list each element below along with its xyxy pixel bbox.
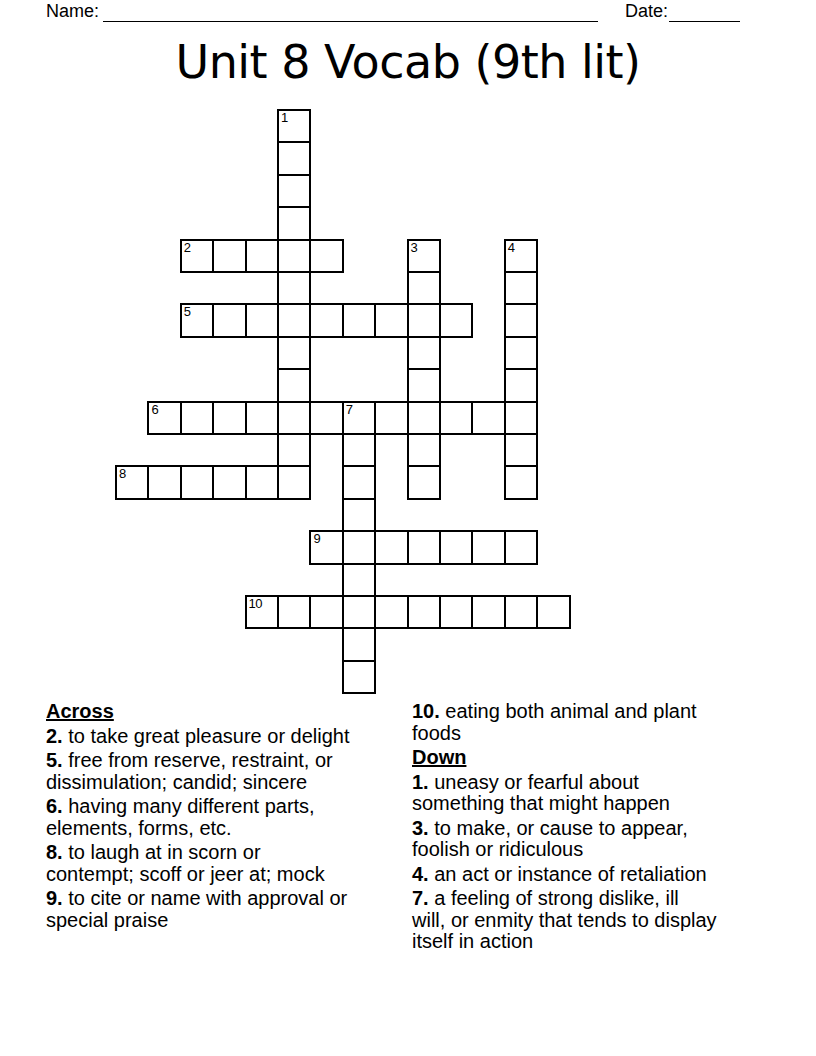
grid-cell[interactable]: 9	[309, 530, 343, 564]
clue-line: dissimulation; candid; sincere	[46, 772, 408, 794]
grid-cell[interactable]	[342, 530, 376, 564]
grid-cell[interactable]	[277, 141, 311, 175]
grid-cell[interactable]	[147, 465, 181, 499]
grid-cell[interactable]: 7	[342, 401, 376, 435]
grid-cell[interactable]	[212, 303, 246, 337]
grid-cell[interactable]	[407, 368, 441, 402]
grid-cell[interactable]: 10	[245, 595, 279, 629]
grid-cell[interactable]	[342, 303, 376, 337]
clue-number-label: 9.	[46, 887, 63, 909]
grid-cell[interactable]	[407, 530, 441, 564]
clue-number: 2	[184, 241, 191, 254]
grid-cell[interactable]	[407, 303, 441, 337]
clue-number: 5	[184, 305, 191, 318]
clue-line: 1. uneasy or fearful about	[412, 772, 774, 794]
grid-cell[interactable]	[277, 401, 311, 435]
grid-cell[interactable]	[342, 660, 376, 694]
clue-number-label: 6.	[46, 795, 63, 817]
grid-cell[interactable]	[309, 303, 343, 337]
grid-cell[interactable]: 6	[147, 401, 181, 435]
grid-cell[interactable]	[342, 563, 376, 597]
clue-number: 9	[313, 532, 320, 545]
clue-number: 1	[281, 111, 288, 124]
clue-line: 5. free from reserve, restraint, or	[46, 750, 408, 772]
across-clues-column: Across 2. to take great pleasure or deli…	[46, 701, 408, 934]
grid-cell[interactable]	[504, 271, 538, 305]
grid-cell[interactable]	[504, 368, 538, 402]
grid-cell[interactable]	[342, 498, 376, 532]
grid-cell[interactable]	[180, 401, 214, 435]
clue-line: itself in action	[412, 931, 774, 953]
clue-number-label: 10.	[412, 700, 440, 722]
clue-line: 7. a feeling of strong dislike, ill	[412, 888, 774, 910]
grid-cell[interactable]	[504, 303, 538, 337]
grid-cell[interactable]	[277, 206, 311, 240]
clue-number: 4	[508, 241, 515, 254]
grid-cell[interactable]	[277, 465, 311, 499]
clue: 2. to take great pleasure or delight	[46, 726, 408, 748]
across-heading: Across	[46, 701, 408, 723]
crossword-grid: 12345678910	[115, 109, 573, 697]
grid-cell[interactable]	[471, 401, 505, 435]
grid-cell[interactable]	[407, 465, 441, 499]
grid-cell[interactable]	[342, 433, 376, 467]
clue-line: 6. having many different parts,	[46, 796, 408, 818]
grid-cell[interactable]	[277, 271, 311, 305]
grid-cell[interactable]	[439, 530, 473, 564]
clue-line: 10. eating both animal and plant	[412, 701, 774, 723]
grid-cell[interactable]	[374, 303, 408, 337]
clue-number-label: 3.	[412, 817, 429, 839]
clue-line: 2. to take great pleasure or delight	[46, 726, 408, 748]
clue-line: foods	[412, 723, 774, 745]
grid-cell[interactable]	[407, 336, 441, 370]
grid-cell[interactable]	[407, 595, 441, 629]
clue-number: 6	[151, 403, 158, 416]
clue: 9. to cite or name with approval orspeci…	[46, 888, 408, 931]
clue-line: special praise	[46, 910, 408, 932]
clue-line: elements, forms, etc.	[46, 818, 408, 840]
grid-cell[interactable]	[407, 433, 441, 467]
across-overflow-list: 10. eating both animal and plantfoods	[412, 701, 774, 744]
clue-line: contempt; scoff or jeer at; mock	[46, 864, 408, 886]
puzzle-title: Unit 8 Vocab (9th lit)	[0, 35, 816, 90]
grid-cell[interactable]	[407, 271, 441, 305]
grid-cell[interactable]	[504, 401, 538, 435]
grid-cell[interactable]	[342, 465, 376, 499]
clue-number: 3	[411, 241, 418, 254]
grid-cell[interactable]	[277, 303, 311, 337]
clue: 10. eating both animal and plantfoods	[412, 701, 774, 744]
down-clue-list: 1. uneasy or fearful aboutsomething that…	[412, 772, 774, 953]
clue: 5. free from reserve, restraint, ordissi…	[46, 750, 408, 793]
clue: 1. uneasy or fearful aboutsomething that…	[412, 772, 774, 815]
clue: 3. to make, or cause to appear,foolish o…	[412, 818, 774, 861]
grid-cell[interactable]	[309, 401, 343, 435]
clue-number-label: 1.	[412, 771, 429, 793]
grid-cell[interactable]	[374, 401, 408, 435]
clue-number: 8	[119, 467, 126, 480]
grid-cell[interactable]	[277, 433, 311, 467]
grid-cell[interactable]: 8	[115, 465, 149, 499]
grid-cell[interactable]	[504, 433, 538, 467]
grid-cell[interactable]	[504, 530, 538, 564]
clue: 4. an act or instance of retaliation	[412, 864, 774, 886]
grid-cell[interactable]	[439, 595, 473, 629]
grid-cell[interactable]: 4	[504, 239, 538, 273]
clue-line: 3. to make, or cause to appear,	[412, 818, 774, 840]
grid-cell[interactable]	[180, 465, 214, 499]
clue: 6. having many different parts,elements,…	[46, 796, 408, 839]
clue-line: will, or enmity that tends to display	[412, 910, 774, 932]
clue-number-label: 4.	[412, 863, 429, 885]
date-input-line[interactable]	[669, 0, 740, 22]
grid-cell[interactable]	[277, 595, 311, 629]
clue-number: 10	[249, 597, 262, 610]
grid-cell[interactable]	[245, 465, 279, 499]
clue: 7. a feeling of strong dislike, illwill,…	[412, 888, 774, 953]
grid-cell[interactable]	[342, 595, 376, 629]
grid-cell[interactable]	[245, 239, 279, 273]
grid-cell[interactable]	[309, 595, 343, 629]
grid-cell[interactable]: 5	[180, 303, 214, 337]
name-label: Name:	[46, 1, 99, 22]
clue-line: 8. to laugh at in scorn or	[46, 842, 408, 864]
name-input-line[interactable]	[103, 0, 598, 22]
grid-cell[interactable]	[245, 401, 279, 435]
grid-cell[interactable]	[504, 595, 538, 629]
grid-cell[interactable]	[374, 595, 408, 629]
grid-cell[interactable]	[212, 239, 246, 273]
across-clue-list: 2. to take great pleasure or delight5. f…	[46, 726, 408, 932]
grid-cell[interactable]	[277, 336, 311, 370]
grid-cell[interactable]	[439, 303, 473, 337]
down-clues-column: 10. eating both animal and plantfoods Do…	[412, 701, 774, 956]
clue-number-label: 8.	[46, 841, 63, 863]
grid-cell[interactable]: 1	[277, 109, 311, 143]
clue-number-label: 2.	[46, 725, 63, 747]
grid-cell[interactable]	[277, 368, 311, 402]
grid-cell[interactable]: 2	[180, 239, 214, 273]
clue-number-label: 7.	[412, 887, 429, 909]
date-label: Date:	[625, 1, 668, 22]
clue-line: 4. an act or instance of retaliation	[412, 864, 774, 886]
grid-cell[interactable]: 3	[407, 239, 441, 273]
grid-cell[interactable]	[212, 401, 246, 435]
down-heading: Down	[412, 747, 774, 769]
grid-cell[interactable]	[212, 465, 246, 499]
grid-cell[interactable]	[407, 401, 441, 435]
clue-number-label: 5.	[46, 749, 63, 771]
grid-cell[interactable]	[471, 595, 505, 629]
grid-cell[interactable]	[309, 239, 343, 273]
grid-cell[interactable]	[471, 530, 505, 564]
clue-line: something that might happen	[412, 793, 774, 815]
clue-number: 7	[346, 403, 353, 416]
grid-cell[interactable]	[342, 627, 376, 661]
worksheet-page: Name: Date: Unit 8 Vocab (9th lit) 12345…	[0, 0, 816, 1056]
clue: 8. to laugh at in scorn orcontempt; scof…	[46, 842, 408, 885]
clue-line: foolish or ridiculous	[412, 839, 774, 861]
grid-cell[interactable]	[504, 336, 538, 370]
clue-line: 9. to cite or name with approval or	[46, 888, 408, 910]
grid-cell[interactable]	[374, 530, 408, 564]
grid-cell[interactable]	[277, 239, 311, 273]
grid-cell[interactable]	[504, 465, 538, 499]
grid-cell[interactable]	[277, 174, 311, 208]
grid-cell[interactable]	[439, 401, 473, 435]
grid-cell[interactable]	[536, 595, 570, 629]
grid-cell[interactable]	[245, 303, 279, 337]
